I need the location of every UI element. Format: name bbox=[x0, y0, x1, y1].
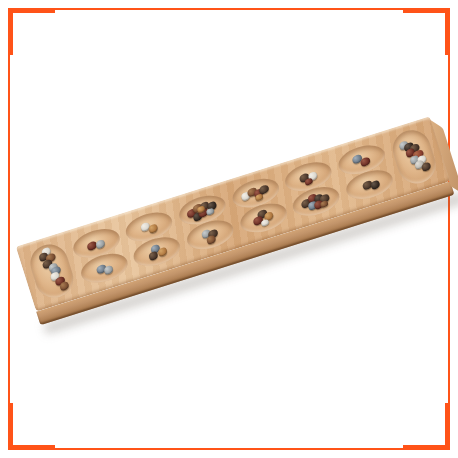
frame-corner-bottom-left bbox=[8, 403, 55, 450]
stone-black bbox=[370, 180, 381, 189]
stone-brown bbox=[206, 235, 217, 244]
frame-corner-bottom-right bbox=[403, 403, 450, 450]
frame-corner-top-left bbox=[8, 8, 55, 55]
stone-darkbrown bbox=[420, 162, 431, 171]
stone-amber bbox=[148, 224, 159, 233]
stone-gray bbox=[104, 265, 115, 274]
frame-corner-top-right bbox=[403, 8, 450, 55]
stone-amber bbox=[254, 193, 264, 201]
stone-gray bbox=[206, 208, 216, 216]
stone-darkbrown bbox=[148, 251, 159, 260]
stone-amber bbox=[157, 247, 168, 256]
product-photo bbox=[0, 0, 458, 458]
stone-darkred bbox=[360, 156, 372, 166]
stone-gray bbox=[95, 239, 106, 248]
stone-white bbox=[260, 219, 270, 227]
mancala-board bbox=[16, 116, 458, 342]
stone-brown bbox=[59, 281, 70, 290]
